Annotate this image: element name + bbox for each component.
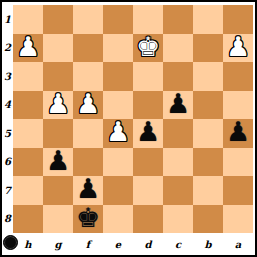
square-g6[interactable]: ♟ <box>43 148 73 177</box>
file-label-c: c <box>163 233 193 255</box>
square-d1[interactable] <box>133 5 163 34</box>
black-to-move-indicator <box>3 235 18 250</box>
square-b4[interactable] <box>193 91 223 120</box>
square-f5[interactable] <box>73 119 103 148</box>
file-label-e: e <box>103 233 133 255</box>
square-b5[interactable] <box>193 119 223 148</box>
square-c8[interactable] <box>163 205 193 234</box>
square-h1[interactable] <box>13 5 43 34</box>
square-h7[interactable] <box>13 176 43 205</box>
rank-label-4: 4 <box>2 91 13 120</box>
rank-label-3: 3 <box>2 62 13 91</box>
square-d5[interactable]: ♟ <box>133 119 163 148</box>
rank-label-2: 2 <box>2 34 13 63</box>
piece-black-pawn-a5[interactable]: ♟ <box>226 118 250 147</box>
square-a8[interactable] <box>223 205 253 234</box>
square-a1[interactable] <box>223 5 253 34</box>
rank-label-5: 5 <box>2 119 13 148</box>
square-f7[interactable]: ♟ <box>73 176 103 205</box>
square-g7[interactable] <box>43 176 73 205</box>
square-a3[interactable] <box>223 62 253 91</box>
file-label-d: d <box>133 233 163 255</box>
square-b3[interactable] <box>193 62 223 91</box>
piece-black-pawn-g6[interactable]: ♟ <box>46 147 70 176</box>
square-c2[interactable] <box>163 34 193 63</box>
square-c3[interactable] <box>163 62 193 91</box>
square-d6[interactable] <box>133 148 163 177</box>
rank-label-8: 8 <box>2 205 13 234</box>
square-a2[interactable]: ♟ <box>223 34 253 63</box>
square-f2[interactable] <box>73 34 103 63</box>
square-a6[interactable] <box>223 148 253 177</box>
square-c4[interactable]: ♟ <box>163 91 193 120</box>
square-g2[interactable] <box>43 34 73 63</box>
square-e2[interactable] <box>103 34 133 63</box>
square-b8[interactable] <box>193 205 223 234</box>
rank-labels: 12345678 <box>2 5 13 233</box>
square-d8[interactable] <box>133 205 163 234</box>
piece-black-king-f8[interactable]: ♚ <box>76 204 100 233</box>
piece-white-king-d2[interactable]: ♚ <box>136 33 160 62</box>
square-e3[interactable] <box>103 62 133 91</box>
square-d2[interactable]: ♚ <box>133 34 163 63</box>
square-e1[interactable] <box>103 5 133 34</box>
piece-white-pawn-f4[interactable]: ♟ <box>76 90 100 119</box>
file-label-b: b <box>193 233 223 255</box>
square-e8[interactable] <box>103 205 133 234</box>
square-c7[interactable] <box>163 176 193 205</box>
square-a7[interactable] <box>223 176 253 205</box>
square-h6[interactable] <box>13 148 43 177</box>
square-g5[interactable] <box>43 119 73 148</box>
square-h8[interactable] <box>13 205 43 234</box>
file-label-g: g <box>43 233 73 255</box>
square-b2[interactable] <box>193 34 223 63</box>
square-g1[interactable] <box>43 5 73 34</box>
file-label-f: f <box>73 233 103 255</box>
chess-board: ♟♚♟♟♟♟♟♟♟♟♟♚ <box>13 5 253 233</box>
square-d3[interactable] <box>133 62 163 91</box>
square-h3[interactable] <box>13 62 43 91</box>
piece-white-pawn-h2[interactable]: ♟ <box>16 33 40 62</box>
piece-black-pawn-d5[interactable]: ♟ <box>136 118 160 147</box>
square-e4[interactable] <box>103 91 133 120</box>
square-d4[interactable] <box>133 91 163 120</box>
rank-label-7: 7 <box>2 176 13 205</box>
rank-label-1: 1 <box>2 5 13 34</box>
piece-white-pawn-g4[interactable]: ♟ <box>46 90 70 119</box>
square-c6[interactable] <box>163 148 193 177</box>
square-c1[interactable] <box>163 5 193 34</box>
piece-black-pawn-c4[interactable]: ♟ <box>166 90 190 119</box>
square-f8[interactable]: ♚ <box>73 205 103 234</box>
file-label-a: a <box>223 233 253 255</box>
square-f6[interactable] <box>73 148 103 177</box>
square-a5[interactable]: ♟ <box>223 119 253 148</box>
square-g4[interactable]: ♟ <box>43 91 73 120</box>
square-h4[interactable] <box>13 91 43 120</box>
square-e5[interactable]: ♟ <box>103 119 133 148</box>
piece-white-pawn-e5[interactable]: ♟ <box>106 118 130 147</box>
piece-black-pawn-f7[interactable]: ♟ <box>76 175 100 204</box>
square-h2[interactable]: ♟ <box>13 34 43 63</box>
square-c5[interactable] <box>163 119 193 148</box>
square-e6[interactable] <box>103 148 133 177</box>
square-b7[interactable] <box>193 176 223 205</box>
square-g8[interactable] <box>43 205 73 234</box>
square-e7[interactable] <box>103 176 133 205</box>
square-d7[interactable] <box>133 176 163 205</box>
rank-label-6: 6 <box>2 148 13 177</box>
square-f3[interactable] <box>73 62 103 91</box>
square-h5[interactable] <box>13 119 43 148</box>
file-labels: hgfedcba <box>13 233 253 255</box>
square-a4[interactable] <box>223 91 253 120</box>
piece-white-pawn-a2[interactable]: ♟ <box>226 33 250 62</box>
square-b6[interactable] <box>193 148 223 177</box>
chess-diagram: 12345678 ♟♚♟♟♟♟♟♟♟♟♟♚ hgfedcba <box>0 0 257 257</box>
square-f1[interactable] <box>73 5 103 34</box>
square-f4[interactable]: ♟ <box>73 91 103 120</box>
square-g3[interactable] <box>43 62 73 91</box>
square-b1[interactable] <box>193 5 223 34</box>
